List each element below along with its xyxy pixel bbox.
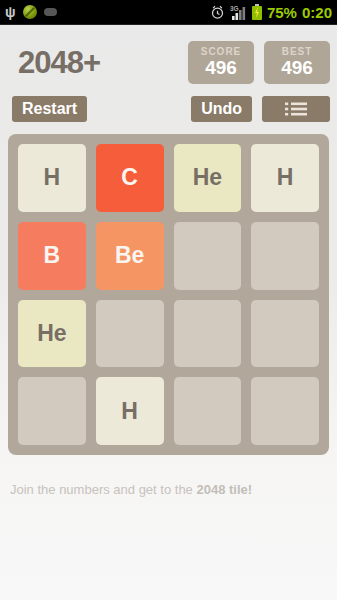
best-box: BEST 496: [264, 41, 330, 84]
score-box: SCORE 496: [188, 41, 254, 84]
tile-r4c2: H: [96, 377, 164, 445]
instructions-goal: 2048 tile!: [196, 482, 252, 497]
tile-label: He: [37, 320, 66, 347]
battery-charging-icon: [252, 4, 262, 20]
tile-r2c4: [251, 222, 319, 290]
tile-r1c1: H: [18, 144, 86, 212]
tile-label: H: [277, 164, 294, 191]
tile-r1c3: He: [174, 144, 242, 212]
list-menu-icon: [285, 102, 307, 116]
notification-icon: [44, 8, 57, 16]
tile-r4c3: [174, 377, 242, 445]
clock-time: 0:20: [302, 4, 332, 21]
score-value: 496: [205, 58, 237, 79]
restart-button[interactable]: Restart: [12, 96, 87, 122]
status-bar: ψ 3G 75% 0:20: [0, 0, 337, 25]
status-left-icons: ψ: [5, 5, 57, 19]
tile-r3c1: He: [18, 300, 86, 368]
tile-r4c4: [251, 377, 319, 445]
tile-label: B: [44, 242, 61, 269]
instructions-text: Join the numbers and get to the 2048 til…: [10, 482, 327, 497]
tile-r3c3: [174, 300, 242, 368]
tile-label: H: [121, 398, 138, 425]
notification-app-icon: [23, 5, 37, 19]
tile-label: He: [193, 164, 222, 191]
network-label: 3G: [230, 5, 239, 12]
usb-icon: ψ: [5, 5, 16, 19]
menu-button[interactable]: [262, 96, 330, 122]
tile-r2c2: Be: [96, 222, 164, 290]
controls-row: Restart Undo: [12, 96, 330, 122]
tile-r1c2: C: [96, 144, 164, 212]
tile-label: C: [121, 164, 138, 191]
tile-r4c1: [18, 377, 86, 445]
page-title: 2048+: [18, 45, 100, 81]
tile-r2c3: [174, 222, 242, 290]
tile-r3c4: [251, 300, 319, 368]
undo-button[interactable]: Undo: [191, 96, 252, 122]
tile-r2c1: B: [18, 222, 86, 290]
signal-3g-icon: 3G: [230, 5, 247, 20]
tile-r3c2: [96, 300, 164, 368]
alarm-clock-icon: [210, 5, 225, 20]
best-value: 496: [281, 58, 313, 79]
tile-label: Be: [115, 242, 144, 269]
score-panel: SCORE 496 BEST 496: [188, 41, 330, 84]
battery-percent: 75%: [267, 4, 297, 21]
instructions-regular: Join the numbers and get to the: [10, 482, 196, 497]
header: 2048+ SCORE 496 BEST 496: [18, 41, 330, 84]
game-board[interactable]: H C He H B Be He H: [8, 134, 329, 455]
tile-r1c4: H: [251, 144, 319, 212]
tile-label: H: [44, 164, 61, 191]
status-right-icons: 3G 75% 0:20: [210, 4, 332, 21]
